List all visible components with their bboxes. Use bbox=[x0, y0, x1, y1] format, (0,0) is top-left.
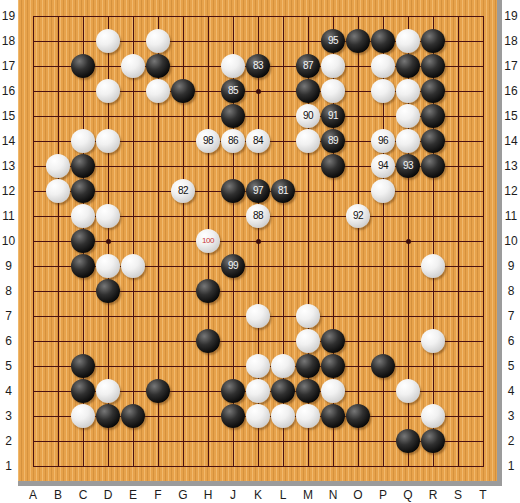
stone-black-C5 bbox=[71, 354, 95, 378]
stone-white-K7 bbox=[246, 304, 270, 328]
row-label-left-11: 11 bbox=[0, 209, 17, 223]
stone-white-M7 bbox=[296, 304, 320, 328]
move-number-92: 92 bbox=[346, 204, 370, 228]
column-label-Q: Q bbox=[400, 488, 416, 502]
stone-white-E9 bbox=[121, 254, 145, 278]
row-label-left-6: 6 bbox=[0, 334, 17, 348]
row-label-left-1: 1 bbox=[0, 459, 17, 473]
stone-black-H6 bbox=[196, 329, 220, 353]
move-number-88: 88 bbox=[246, 204, 270, 228]
stone-black-J16: 85 bbox=[221, 79, 245, 103]
move-number-84: 84 bbox=[246, 129, 270, 153]
go-board[interactable]: 9583878590919886848996949382978188921009… bbox=[18, 0, 502, 486]
column-label-E: E bbox=[125, 488, 141, 502]
column-label-M: M bbox=[300, 488, 316, 502]
row-label-left-10: 10 bbox=[0, 234, 17, 248]
stone-white-D11 bbox=[96, 204, 120, 228]
stone-white-D4 bbox=[96, 379, 120, 403]
stone-black-P18 bbox=[371, 29, 395, 53]
move-number-86: 86 bbox=[221, 129, 245, 153]
stone-black-R14 bbox=[421, 129, 445, 153]
row-label-right-6: 6 bbox=[502, 334, 520, 348]
row-label-right-19: 19 bbox=[502, 9, 520, 23]
column-label-K: K bbox=[250, 488, 266, 502]
stone-white-C11 bbox=[71, 204, 95, 228]
stone-black-R16 bbox=[421, 79, 445, 103]
move-number-93: 93 bbox=[396, 154, 420, 178]
stone-black-M16 bbox=[296, 79, 320, 103]
column-label-N: N bbox=[325, 488, 341, 502]
star-point-K10 bbox=[256, 239, 261, 244]
stone-black-F17 bbox=[146, 54, 170, 78]
stone-white-D16 bbox=[96, 79, 120, 103]
stone-black-L12: 81 bbox=[271, 179, 295, 203]
stone-white-P14: 96 bbox=[371, 129, 395, 153]
stone-black-N18: 95 bbox=[321, 29, 345, 53]
stone-black-L4 bbox=[271, 379, 295, 403]
stone-black-J3 bbox=[221, 404, 245, 428]
stone-black-N14: 89 bbox=[321, 129, 345, 153]
stone-black-C17 bbox=[71, 54, 95, 78]
column-label-A: A bbox=[25, 488, 41, 502]
row-label-left-13: 13 bbox=[0, 159, 17, 173]
column-label-D: D bbox=[100, 488, 116, 502]
stone-white-N16 bbox=[321, 79, 345, 103]
move-number-82: 82 bbox=[171, 179, 195, 203]
stone-white-K4 bbox=[246, 379, 270, 403]
stone-black-G16 bbox=[171, 79, 195, 103]
stone-white-P16 bbox=[371, 79, 395, 103]
stone-white-R6 bbox=[421, 329, 445, 353]
row-label-right-2: 2 bbox=[502, 434, 520, 448]
stone-black-K12: 97 bbox=[246, 179, 270, 203]
stone-white-N17 bbox=[321, 54, 345, 78]
stone-white-P12 bbox=[371, 179, 395, 203]
column-label-B: B bbox=[50, 488, 66, 502]
row-label-left-16: 16 bbox=[0, 84, 17, 98]
stone-white-F16 bbox=[146, 79, 170, 103]
row-label-right-5: 5 bbox=[502, 359, 520, 373]
row-label-left-12: 12 bbox=[0, 184, 17, 198]
stone-white-M14 bbox=[296, 129, 320, 153]
move-number-95: 95 bbox=[321, 29, 345, 53]
stone-black-J15 bbox=[221, 104, 245, 128]
stone-white-Q15 bbox=[396, 104, 420, 128]
stone-white-K11: 88 bbox=[246, 204, 270, 228]
stone-black-D3 bbox=[96, 404, 120, 428]
stone-black-H8 bbox=[196, 279, 220, 303]
move-number-96: 96 bbox=[371, 129, 395, 153]
move-number-100: 100 bbox=[196, 229, 220, 253]
grid-line-horizontal bbox=[33, 341, 484, 342]
stone-white-Q16 bbox=[396, 79, 420, 103]
stone-white-R9 bbox=[421, 254, 445, 278]
stone-black-R17 bbox=[421, 54, 445, 78]
stone-white-P13: 94 bbox=[371, 154, 395, 178]
row-label-right-17: 17 bbox=[502, 59, 520, 73]
row-label-right-16: 16 bbox=[502, 84, 520, 98]
stone-white-K14: 84 bbox=[246, 129, 270, 153]
move-number-90: 90 bbox=[296, 104, 320, 128]
stone-black-N3 bbox=[321, 404, 345, 428]
stone-white-G12: 82 bbox=[171, 179, 195, 203]
stone-black-E3 bbox=[121, 404, 145, 428]
stone-white-D18 bbox=[96, 29, 120, 53]
stone-white-Q18 bbox=[396, 29, 420, 53]
star-point-K16 bbox=[256, 89, 261, 94]
move-number-89: 89 bbox=[321, 129, 345, 153]
move-number-97: 97 bbox=[246, 179, 270, 203]
stone-black-K17: 83 bbox=[246, 54, 270, 78]
column-label-G: G bbox=[175, 488, 191, 502]
row-label-left-18: 18 bbox=[0, 34, 17, 48]
stone-black-J4 bbox=[221, 379, 245, 403]
column-label-O: O bbox=[350, 488, 366, 502]
stone-black-O3 bbox=[346, 404, 370, 428]
stone-white-L5 bbox=[271, 354, 295, 378]
stone-white-H14: 98 bbox=[196, 129, 220, 153]
stone-black-R18 bbox=[421, 29, 445, 53]
move-number-83: 83 bbox=[246, 54, 270, 78]
row-label-right-8: 8 bbox=[502, 284, 520, 298]
stone-black-J12 bbox=[221, 179, 245, 203]
row-label-right-15: 15 bbox=[502, 109, 520, 123]
stone-white-K3 bbox=[246, 404, 270, 428]
stone-black-F4 bbox=[146, 379, 170, 403]
row-label-left-15: 15 bbox=[0, 109, 17, 123]
stone-white-F18 bbox=[146, 29, 170, 53]
row-label-left-17: 17 bbox=[0, 59, 17, 73]
stone-white-N4 bbox=[321, 379, 345, 403]
stone-black-M5 bbox=[296, 354, 320, 378]
star-point-Q10 bbox=[406, 239, 411, 244]
row-label-right-7: 7 bbox=[502, 309, 520, 323]
grid-line-horizontal bbox=[33, 466, 484, 467]
row-label-right-13: 13 bbox=[502, 159, 520, 173]
column-label-T: T bbox=[475, 488, 491, 502]
move-number-99: 99 bbox=[221, 254, 245, 278]
stone-white-J14: 86 bbox=[221, 129, 245, 153]
row-label-right-14: 14 bbox=[502, 134, 520, 148]
row-label-left-14: 14 bbox=[0, 134, 17, 148]
stone-black-R15 bbox=[421, 104, 445, 128]
row-label-right-18: 18 bbox=[502, 34, 520, 48]
column-label-H: H bbox=[200, 488, 216, 502]
grid-line-vertical bbox=[358, 16, 359, 467]
stone-white-Q4 bbox=[396, 379, 420, 403]
stone-white-D14 bbox=[96, 129, 120, 153]
stone-white-C14 bbox=[71, 129, 95, 153]
move-number-91: 91 bbox=[321, 104, 345, 128]
row-label-right-12: 12 bbox=[502, 184, 520, 198]
stone-white-O11: 92 bbox=[346, 204, 370, 228]
stone-black-O18 bbox=[346, 29, 370, 53]
column-label-L: L bbox=[275, 488, 291, 502]
move-number-87: 87 bbox=[296, 54, 320, 78]
stone-black-N13 bbox=[321, 154, 345, 178]
stone-black-Q2 bbox=[396, 429, 420, 453]
stone-white-R3 bbox=[421, 404, 445, 428]
stone-white-J17 bbox=[221, 54, 245, 78]
stone-black-C9 bbox=[71, 254, 95, 278]
row-label-right-1: 1 bbox=[502, 459, 520, 473]
column-label-R: R bbox=[425, 488, 441, 502]
row-label-left-8: 8 bbox=[0, 284, 17, 298]
row-label-right-3: 3 bbox=[502, 409, 520, 423]
star-point-D10 bbox=[106, 239, 111, 244]
row-label-left-2: 2 bbox=[0, 434, 17, 448]
move-number-98: 98 bbox=[196, 129, 220, 153]
row-label-left-9: 9 bbox=[0, 259, 17, 273]
row-label-right-9: 9 bbox=[502, 259, 520, 273]
row-label-right-4: 4 bbox=[502, 384, 520, 398]
stone-black-C4 bbox=[71, 379, 95, 403]
move-number-94: 94 bbox=[371, 154, 395, 178]
stone-white-L3 bbox=[271, 404, 295, 428]
row-label-left-19: 19 bbox=[0, 9, 17, 23]
stone-black-M4 bbox=[296, 379, 320, 403]
stone-white-B12 bbox=[46, 179, 70, 203]
stone-white-H10: 100 bbox=[196, 229, 220, 253]
row-label-left-7: 7 bbox=[0, 309, 17, 323]
stone-white-E17 bbox=[121, 54, 145, 78]
grid-line-vertical bbox=[483, 16, 484, 467]
row-label-left-5: 5 bbox=[0, 359, 17, 373]
column-label-F: F bbox=[150, 488, 166, 502]
stone-black-N5 bbox=[321, 354, 345, 378]
stone-white-P17 bbox=[371, 54, 395, 78]
stone-white-Q14 bbox=[396, 129, 420, 153]
stone-black-P5 bbox=[371, 354, 395, 378]
stone-black-C13 bbox=[71, 154, 95, 178]
stone-black-C10 bbox=[71, 229, 95, 253]
row-label-left-4: 4 bbox=[0, 384, 17, 398]
stone-white-M15: 90 bbox=[296, 104, 320, 128]
move-number-81: 81 bbox=[271, 179, 295, 203]
move-number-85: 85 bbox=[221, 79, 245, 103]
stone-black-N15: 91 bbox=[321, 104, 345, 128]
column-label-P: P bbox=[375, 488, 391, 502]
stone-white-B13 bbox=[46, 154, 70, 178]
column-label-S: S bbox=[450, 488, 466, 502]
stone-white-K5 bbox=[246, 354, 270, 378]
row-label-right-10: 10 bbox=[502, 234, 520, 248]
stone-black-M17: 87 bbox=[296, 54, 320, 78]
stone-black-C12 bbox=[71, 179, 95, 203]
column-label-J: J bbox=[225, 488, 241, 502]
stone-white-D9 bbox=[96, 254, 120, 278]
row-label-left-3: 3 bbox=[0, 409, 17, 423]
column-label-C: C bbox=[75, 488, 91, 502]
row-label-right-11: 11 bbox=[502, 209, 520, 223]
stone-white-M6 bbox=[296, 329, 320, 353]
stone-black-N6 bbox=[321, 329, 345, 353]
go-kifu-page: 9583878590919886848996949382978188921009… bbox=[0, 0, 520, 503]
stone-black-Q13: 93 bbox=[396, 154, 420, 178]
stone-black-J9: 99 bbox=[221, 254, 245, 278]
stone-black-Q17 bbox=[396, 54, 420, 78]
stone-black-R2 bbox=[421, 429, 445, 453]
grid-line-vertical bbox=[458, 16, 459, 467]
stone-black-D8 bbox=[96, 279, 120, 303]
stone-white-C3 bbox=[71, 404, 95, 428]
stone-black-R13 bbox=[421, 154, 445, 178]
stone-white-M3 bbox=[296, 404, 320, 428]
